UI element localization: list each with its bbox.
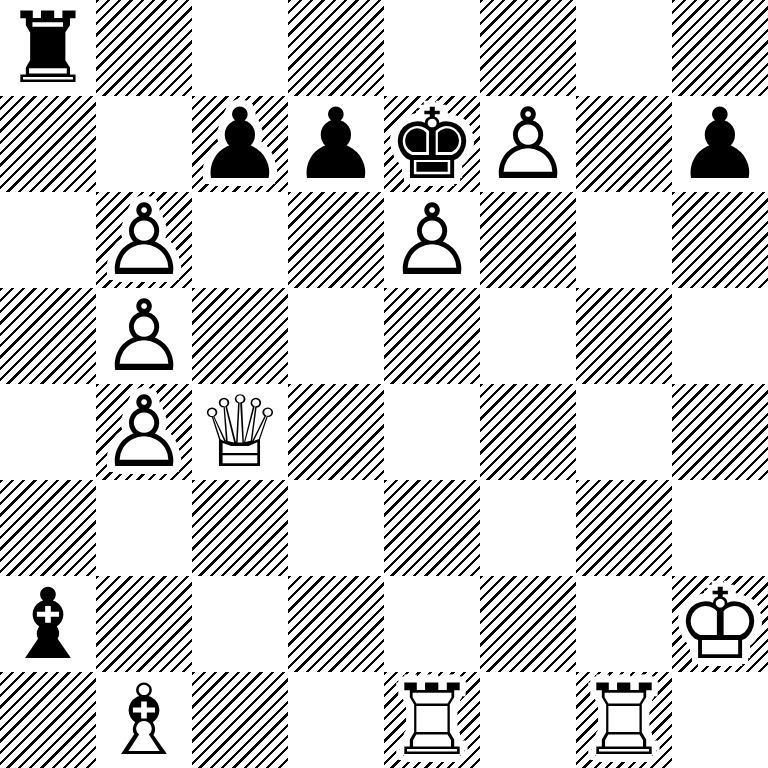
- piece-white-rook[interactable]: ♜♖: [576, 672, 672, 768]
- piece-black-pawn[interactable]: ♟♟: [288, 96, 384, 192]
- square-f7[interactable]: ♟♙: [480, 96, 576, 192]
- piece-glyph: ♚: [384, 96, 480, 192]
- piece-white-pawn[interactable]: ♟♙: [384, 192, 480, 288]
- piece-black-bishop[interactable]: ♝♝: [0, 576, 96, 672]
- square-f6[interactable]: [480, 192, 576, 288]
- piece-white-bishop[interactable]: ♝♗: [96, 672, 192, 768]
- piece-glyph: ♙: [480, 96, 576, 192]
- piece-glyph: ♙: [384, 192, 480, 288]
- square-c8[interactable]: [192, 0, 288, 96]
- square-a4[interactable]: [0, 384, 96, 480]
- square-b5[interactable]: ♟♙: [96, 288, 192, 384]
- square-a2[interactable]: ♝♝: [0, 576, 96, 672]
- square-d7[interactable]: ♟♟: [288, 96, 384, 192]
- piece-white-king[interactable]: ♚♔: [672, 576, 768, 672]
- square-f8[interactable]: [480, 0, 576, 96]
- square-f2[interactable]: [480, 576, 576, 672]
- square-h6[interactable]: [672, 192, 768, 288]
- square-g1[interactable]: ♜♖: [576, 672, 672, 768]
- square-d5[interactable]: [288, 288, 384, 384]
- square-c5[interactable]: [192, 288, 288, 384]
- piece-black-pawn[interactable]: ♟♟: [672, 96, 768, 192]
- square-b8[interactable]: [96, 0, 192, 96]
- square-g2[interactable]: [576, 576, 672, 672]
- square-g3[interactable]: [576, 480, 672, 576]
- square-c3[interactable]: [192, 480, 288, 576]
- square-b1[interactable]: ♝♗: [96, 672, 192, 768]
- square-h3[interactable]: [672, 480, 768, 576]
- square-f5[interactable]: [480, 288, 576, 384]
- square-e5[interactable]: [384, 288, 480, 384]
- piece-white-pawn[interactable]: ♟♙: [96, 384, 192, 480]
- square-d2[interactable]: [288, 576, 384, 672]
- square-f1[interactable]: [480, 672, 576, 768]
- piece-glyph: ♟: [192, 96, 288, 192]
- piece-black-pawn[interactable]: ♟♟: [192, 96, 288, 192]
- square-c6[interactable]: [192, 192, 288, 288]
- square-d3[interactable]: [288, 480, 384, 576]
- piece-white-pawn[interactable]: ♟♙: [96, 192, 192, 288]
- square-c7[interactable]: ♟♟: [192, 96, 288, 192]
- piece-glyph: ♙: [96, 288, 192, 384]
- square-e3[interactable]: [384, 480, 480, 576]
- square-h2[interactable]: ♚♔: [672, 576, 768, 672]
- square-e8[interactable]: [384, 0, 480, 96]
- square-h8[interactable]: [672, 0, 768, 96]
- square-a5[interactable]: [0, 288, 96, 384]
- square-d6[interactable]: [288, 192, 384, 288]
- piece-white-pawn[interactable]: ♟♙: [480, 96, 576, 192]
- square-c4[interactable]: ♛♕: [192, 384, 288, 480]
- piece-glyph: ♖: [576, 672, 672, 768]
- square-e6[interactable]: ♟♙: [384, 192, 480, 288]
- piece-glyph: ♗: [96, 672, 192, 768]
- piece-glyph: ♟: [288, 96, 384, 192]
- square-b7[interactable]: [96, 96, 192, 192]
- square-d4[interactable]: [288, 384, 384, 480]
- square-h7[interactable]: ♟♟: [672, 96, 768, 192]
- square-a6[interactable]: [0, 192, 96, 288]
- square-d1[interactable]: [288, 672, 384, 768]
- square-a3[interactable]: [0, 480, 96, 576]
- square-e7[interactable]: ♚♚: [384, 96, 480, 192]
- square-c1[interactable]: [192, 672, 288, 768]
- piece-white-pawn[interactable]: ♟♙: [96, 288, 192, 384]
- square-f4[interactable]: [480, 384, 576, 480]
- piece-black-rook[interactable]: ♜♜: [0, 0, 96, 96]
- square-g7[interactable]: [576, 96, 672, 192]
- square-h1[interactable]: [672, 672, 768, 768]
- piece-glyph: ♙: [96, 384, 192, 480]
- square-g5[interactable]: [576, 288, 672, 384]
- square-a7[interactable]: [0, 96, 96, 192]
- square-b2[interactable]: [96, 576, 192, 672]
- chess-board: ♜♜♟♟♟♟♚♚♟♙♟♟♟♙♟♙♟♙♟♙♛♕♝♝♚♔♝♗♜♖♜♖: [0, 0, 768, 768]
- square-b4[interactable]: ♟♙: [96, 384, 192, 480]
- square-g6[interactable]: [576, 192, 672, 288]
- piece-glyph: ♜: [0, 0, 96, 96]
- piece-white-rook[interactable]: ♜♖: [384, 672, 480, 768]
- piece-glyph: ♔: [672, 576, 768, 672]
- square-g4[interactable]: [576, 384, 672, 480]
- square-b6[interactable]: ♟♙: [96, 192, 192, 288]
- square-a1[interactable]: [0, 672, 96, 768]
- piece-glyph: ♖: [384, 672, 480, 768]
- piece-white-queen[interactable]: ♛♕: [192, 384, 288, 480]
- piece-black-king[interactable]: ♚♚: [384, 96, 480, 192]
- square-e2[interactable]: [384, 576, 480, 672]
- square-f3[interactable]: [480, 480, 576, 576]
- square-h5[interactable]: [672, 288, 768, 384]
- piece-glyph: ♙: [96, 192, 192, 288]
- square-a8[interactable]: ♜♜: [0, 0, 96, 96]
- square-g8[interactable]: [576, 0, 672, 96]
- piece-glyph: ♕: [192, 384, 288, 480]
- square-b3[interactable]: [96, 480, 192, 576]
- square-h4[interactable]: [672, 384, 768, 480]
- piece-glyph: ♝: [0, 576, 96, 672]
- square-c2[interactable]: [192, 576, 288, 672]
- square-e1[interactable]: ♜♖: [384, 672, 480, 768]
- piece-glyph: ♟: [672, 96, 768, 192]
- square-d8[interactable]: [288, 0, 384, 96]
- square-e4[interactable]: [384, 384, 480, 480]
